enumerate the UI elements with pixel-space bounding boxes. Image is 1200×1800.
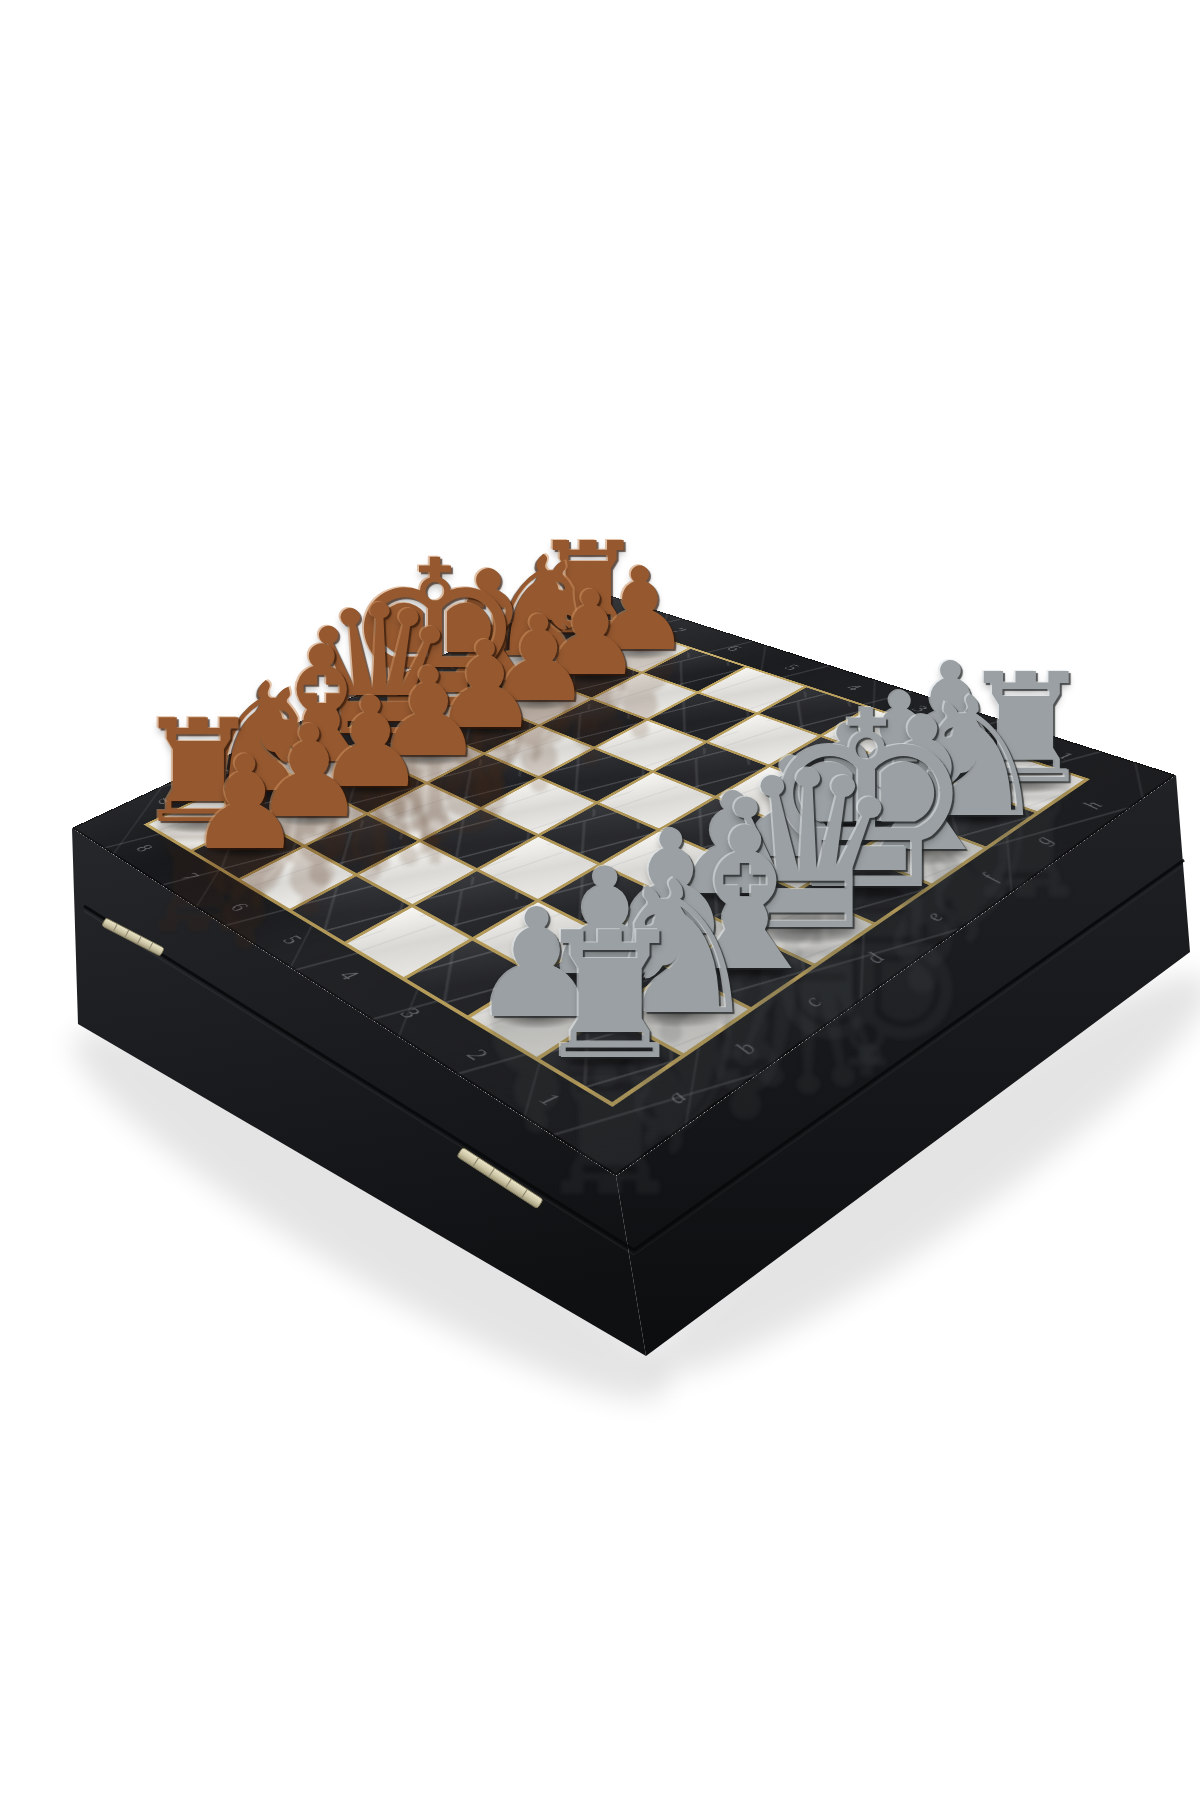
coordinate-label: d xyxy=(330,711,352,721)
coordinate-label: 4 xyxy=(334,966,365,984)
coordinate-label: 3 xyxy=(908,703,932,715)
coordinate-label: 5 xyxy=(780,662,803,673)
coordinate-label: a xyxy=(658,1086,694,1108)
coordinate-label: e xyxy=(917,909,950,925)
coordinate-label: f xyxy=(439,662,458,670)
coordinate-label: c xyxy=(795,993,829,1011)
coordinate-label: 4 xyxy=(842,682,866,693)
coordinate-label: 6 xyxy=(722,643,745,653)
coordinate-label: g xyxy=(1026,833,1059,848)
coordinate-label: 8 xyxy=(131,841,158,855)
coordinate-label: 7 xyxy=(176,869,204,884)
coordinate-label: 1 xyxy=(533,1088,567,1110)
coordinate-label: d xyxy=(857,949,892,967)
coordinate-label: 2 xyxy=(461,1044,494,1065)
coordinate-label: a xyxy=(151,795,173,807)
coordinate-label: h xyxy=(537,615,559,623)
coordinate-label: 3 xyxy=(395,1004,427,1023)
coordinate-label: f xyxy=(974,871,1005,884)
coordinate-label: 2 xyxy=(978,725,1003,738)
coordinate-label: g xyxy=(488,637,510,646)
coordinate-label: c xyxy=(273,738,294,748)
coordinate-label: 5 xyxy=(277,931,307,948)
coordinate-label: 1 xyxy=(1053,749,1079,762)
coordinate-label: b xyxy=(728,1038,764,1058)
coordinate-label: 6 xyxy=(225,899,254,915)
coordinate-label: 7 xyxy=(668,626,690,636)
coordinate-label: e xyxy=(385,686,406,695)
coordinate-label: h xyxy=(1076,798,1109,812)
product-photo-canvas: 8765432187654321abcdefghabcdefgh ♜♜♞♞♝♝♛… xyxy=(0,0,1200,1800)
coordinate-label: b xyxy=(213,766,235,777)
coordinate-label: 8 xyxy=(616,609,638,618)
